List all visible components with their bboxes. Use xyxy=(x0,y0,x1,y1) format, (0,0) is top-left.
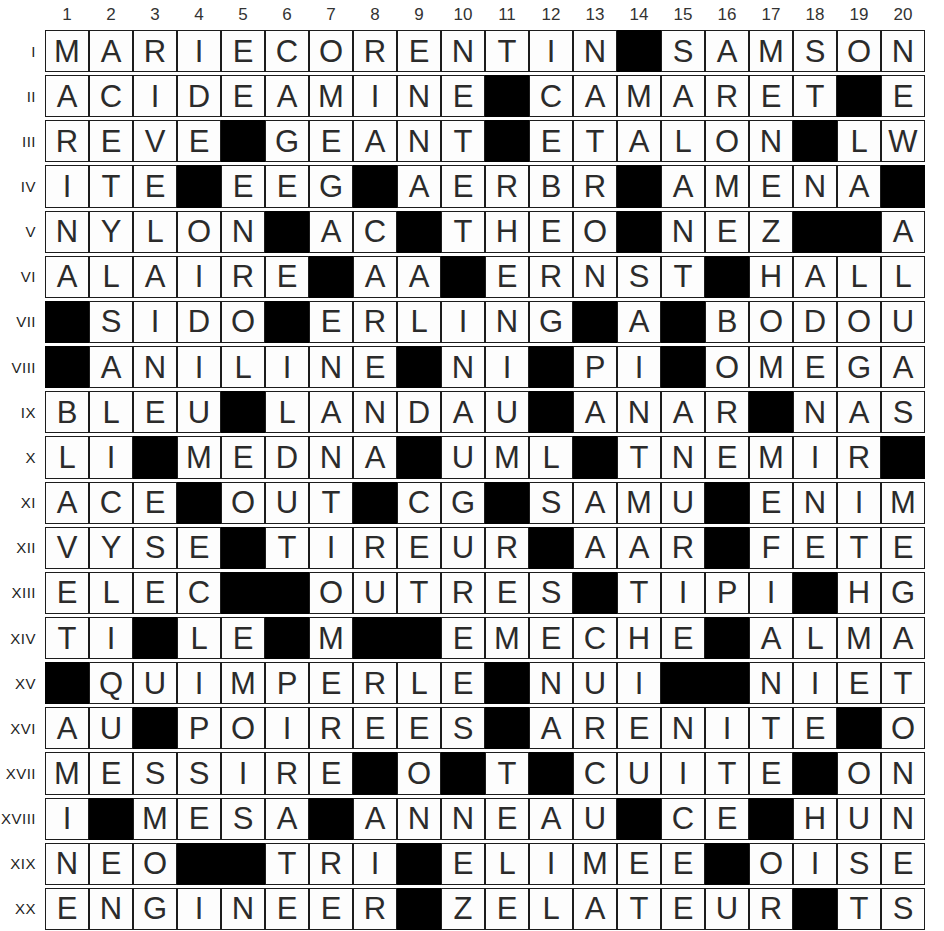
letter-cell[interactable]: E xyxy=(661,617,705,659)
letter-cell[interactable]: U xyxy=(661,482,705,524)
letter-cell[interactable]: S xyxy=(881,391,925,433)
letter-cell[interactable]: L xyxy=(177,617,221,659)
letter-cell[interactable]: I xyxy=(793,843,837,885)
letter-cell[interactable]: A xyxy=(573,527,617,569)
letter-cell[interactable]: U xyxy=(573,798,617,840)
letter-cell[interactable]: S xyxy=(133,752,177,794)
letter-cell[interactable]: E xyxy=(397,527,441,569)
letter-cell[interactable]: R xyxy=(353,662,397,704)
letter-cell[interactable]: L xyxy=(529,888,573,930)
letter-cell[interactable]: G xyxy=(309,165,353,207)
letter-cell[interactable]: N xyxy=(45,211,89,253)
letter-cell[interactable]: E xyxy=(89,843,133,885)
letter-cell[interactable]: R xyxy=(705,391,749,433)
letter-cell[interactable]: C xyxy=(177,572,221,614)
letter-cell[interactable]: N xyxy=(353,391,397,433)
letter-cell[interactable]: B xyxy=(705,301,749,343)
letter-cell[interactable]: S xyxy=(661,30,705,72)
letter-cell[interactable]: R xyxy=(265,752,309,794)
letter-cell[interactable]: F xyxy=(749,527,793,569)
letter-cell[interactable]: I xyxy=(45,798,89,840)
letter-cell[interactable]: T xyxy=(705,752,749,794)
letter-cell[interactable]: A xyxy=(133,256,177,298)
letter-cell[interactable]: T xyxy=(265,843,309,885)
letter-cell[interactable]: R xyxy=(441,572,485,614)
letter-cell[interactable]: N xyxy=(661,436,705,478)
letter-cell[interactable]: U xyxy=(89,707,133,749)
letter-cell[interactable]: D xyxy=(265,436,309,478)
letter-cell[interactable]: E xyxy=(221,436,265,478)
letter-cell[interactable]: R xyxy=(529,256,573,298)
letter-cell[interactable]: T xyxy=(617,572,661,614)
letter-cell[interactable]: N xyxy=(529,662,573,704)
letter-cell[interactable]: E xyxy=(265,888,309,930)
letter-cell[interactable]: M xyxy=(837,617,881,659)
letter-cell[interactable]: S xyxy=(529,572,573,614)
letter-cell[interactable]: O xyxy=(705,120,749,162)
letter-cell[interactable]: E xyxy=(705,211,749,253)
letter-cell[interactable]: A xyxy=(617,301,661,343)
letter-cell[interactable]: S xyxy=(133,527,177,569)
letter-cell[interactable]: W xyxy=(881,120,925,162)
letter-cell[interactable]: A xyxy=(881,346,925,388)
letter-cell[interactable]: S xyxy=(441,707,485,749)
letter-cell[interactable]: E xyxy=(397,707,441,749)
letter-cell[interactable]: E xyxy=(309,752,353,794)
letter-cell[interactable]: T xyxy=(441,211,485,253)
letter-cell[interactable]: U xyxy=(441,436,485,478)
letter-cell[interactable]: M xyxy=(221,662,265,704)
letter-cell[interactable]: U xyxy=(881,301,925,343)
letter-cell[interactable]: I xyxy=(749,572,793,614)
letter-cell[interactable]: E xyxy=(749,165,793,207)
letter-cell[interactable]: A xyxy=(661,75,705,117)
letter-cell[interactable]: E xyxy=(617,707,661,749)
letter-cell[interactable]: P xyxy=(177,707,221,749)
letter-cell[interactable]: L xyxy=(89,572,133,614)
letter-cell[interactable]: I xyxy=(89,617,133,659)
letter-cell[interactable]: G xyxy=(441,482,485,524)
letter-cell[interactable]: A xyxy=(617,120,661,162)
letter-cell[interactable]: Z xyxy=(749,211,793,253)
letter-cell[interactable]: L xyxy=(89,391,133,433)
letter-cell[interactable]: T xyxy=(45,617,89,659)
letter-cell[interactable]: I xyxy=(617,662,661,704)
letter-cell[interactable]: E xyxy=(177,120,221,162)
letter-cell[interactable]: N xyxy=(749,662,793,704)
letter-cell[interactable]: I xyxy=(89,436,133,478)
letter-cell[interactable]: G xyxy=(529,301,573,343)
letter-cell[interactable]: N xyxy=(793,482,837,524)
letter-cell[interactable]: E xyxy=(749,75,793,117)
letter-cell[interactable]: N xyxy=(661,707,705,749)
letter-cell[interactable]: R xyxy=(705,75,749,117)
letter-cell[interactable]: D xyxy=(397,391,441,433)
letter-cell[interactable]: A xyxy=(529,707,573,749)
letter-cell[interactable]: R xyxy=(221,256,265,298)
letter-cell[interactable]: A xyxy=(309,391,353,433)
letter-cell[interactable]: A xyxy=(45,707,89,749)
letter-cell[interactable]: R xyxy=(573,165,617,207)
letter-cell[interactable]: O xyxy=(221,482,265,524)
letter-cell[interactable]: E xyxy=(221,165,265,207)
letter-cell[interactable]: M xyxy=(881,482,925,524)
letter-cell[interactable]: U xyxy=(133,662,177,704)
letter-cell[interactable]: O xyxy=(133,843,177,885)
letter-cell[interactable]: A xyxy=(837,391,881,433)
letter-cell[interactable]: S xyxy=(89,301,133,343)
letter-cell[interactable]: E xyxy=(441,662,485,704)
letter-cell[interactable]: O xyxy=(881,707,925,749)
letter-cell[interactable]: A xyxy=(749,617,793,659)
letter-cell[interactable]: R xyxy=(837,436,881,478)
letter-cell[interactable]: T xyxy=(573,120,617,162)
letter-cell[interactable]: T xyxy=(793,75,837,117)
letter-cell[interactable]: T xyxy=(397,572,441,614)
letter-cell[interactable]: C xyxy=(265,30,309,72)
letter-cell[interactable]: I xyxy=(45,165,89,207)
letter-cell[interactable]: E xyxy=(441,75,485,117)
letter-cell[interactable]: M xyxy=(617,482,661,524)
letter-cell[interactable]: I xyxy=(177,30,221,72)
letter-cell[interactable]: B xyxy=(529,165,573,207)
letter-cell[interactable]: I xyxy=(133,75,177,117)
letter-cell[interactable]: E xyxy=(485,256,529,298)
letter-cell[interactable]: A xyxy=(881,211,925,253)
letter-cell[interactable]: A xyxy=(529,798,573,840)
letter-cell[interactable]: S xyxy=(881,888,925,930)
letter-cell[interactable]: E xyxy=(881,75,925,117)
letter-cell[interactable]: I xyxy=(221,752,265,794)
letter-cell[interactable]: E xyxy=(529,120,573,162)
letter-cell[interactable]: U xyxy=(441,527,485,569)
letter-cell[interactable]: S xyxy=(837,843,881,885)
letter-cell[interactable]: U xyxy=(617,752,661,794)
letter-cell[interactable]: T xyxy=(837,888,881,930)
letter-cell[interactable]: E xyxy=(485,572,529,614)
letter-cell[interactable]: A xyxy=(89,346,133,388)
letter-cell[interactable]: H xyxy=(837,572,881,614)
letter-cell[interactable]: I xyxy=(485,346,529,388)
letter-cell[interactable]: T xyxy=(617,888,661,930)
letter-cell[interactable]: N xyxy=(89,888,133,930)
letter-cell[interactable]: E xyxy=(221,617,265,659)
letter-cell[interactable]: E xyxy=(441,843,485,885)
letter-cell[interactable]: M xyxy=(309,75,353,117)
letter-cell[interactable]: D xyxy=(793,301,837,343)
letter-cell[interactable]: U xyxy=(353,572,397,614)
letter-cell[interactable]: E xyxy=(309,120,353,162)
letter-cell[interactable]: E xyxy=(705,436,749,478)
letter-cell[interactable]: E xyxy=(221,75,265,117)
letter-cell[interactable]: N xyxy=(397,798,441,840)
letter-cell[interactable]: E xyxy=(485,888,529,930)
letter-cell[interactable]: E xyxy=(881,527,925,569)
letter-cell[interactable]: E xyxy=(45,572,89,614)
letter-cell[interactable]: S xyxy=(221,798,265,840)
letter-cell[interactable]: R xyxy=(749,888,793,930)
letter-cell[interactable]: E xyxy=(529,617,573,659)
letter-cell[interactable]: E xyxy=(793,707,837,749)
letter-cell[interactable]: O xyxy=(573,211,617,253)
letter-cell[interactable]: I xyxy=(133,301,177,343)
letter-cell[interactable]: P xyxy=(265,662,309,704)
letter-cell[interactable]: A xyxy=(661,165,705,207)
letter-cell[interactable]: M xyxy=(705,165,749,207)
letter-cell[interactable]: O xyxy=(221,301,265,343)
letter-cell[interactable]: T xyxy=(265,527,309,569)
letter-cell[interactable]: U xyxy=(837,798,881,840)
letter-cell[interactable]: L xyxy=(661,120,705,162)
letter-cell[interactable]: N xyxy=(397,120,441,162)
letter-cell[interactable]: R xyxy=(309,843,353,885)
letter-cell[interactable]: I xyxy=(353,75,397,117)
letter-cell[interactable]: E xyxy=(353,346,397,388)
letter-cell[interactable]: D xyxy=(177,75,221,117)
letter-cell[interactable]: T xyxy=(485,752,529,794)
letter-cell[interactable]: H xyxy=(793,798,837,840)
letter-cell[interactable]: L xyxy=(837,256,881,298)
letter-cell[interactable]: E xyxy=(133,391,177,433)
letter-cell[interactable]: E xyxy=(265,256,309,298)
letter-cell[interactable]: N xyxy=(661,211,705,253)
letter-cell[interactable]: E xyxy=(485,798,529,840)
letter-cell[interactable]: A xyxy=(397,165,441,207)
letter-cell[interactable]: A xyxy=(705,30,749,72)
letter-cell[interactable]: A xyxy=(573,888,617,930)
letter-cell[interactable]: N xyxy=(881,30,925,72)
letter-cell[interactable]: A xyxy=(45,75,89,117)
letter-cell[interactable]: N xyxy=(793,165,837,207)
letter-cell[interactable]: I xyxy=(441,301,485,343)
letter-cell[interactable]: E xyxy=(881,843,925,885)
letter-cell[interactable]: P xyxy=(573,346,617,388)
letter-cell[interactable]: I xyxy=(661,572,705,614)
letter-cell[interactable]: I xyxy=(617,346,661,388)
letter-cell[interactable]: E xyxy=(89,752,133,794)
letter-cell[interactable]: N xyxy=(133,346,177,388)
letter-cell[interactable]: A xyxy=(265,798,309,840)
letter-cell[interactable]: E xyxy=(133,482,177,524)
letter-cell[interactable]: I xyxy=(661,752,705,794)
letter-cell[interactable]: M xyxy=(177,436,221,478)
letter-cell[interactable]: R xyxy=(353,888,397,930)
letter-cell[interactable]: G xyxy=(881,572,925,614)
letter-cell[interactable]: T xyxy=(749,707,793,749)
letter-cell[interactable]: M xyxy=(45,30,89,72)
letter-cell[interactable]: T xyxy=(89,165,133,207)
letter-cell[interactable]: A xyxy=(837,165,881,207)
letter-cell[interactable]: N xyxy=(881,752,925,794)
letter-cell[interactable]: N xyxy=(485,301,529,343)
letter-cell[interactable]: A xyxy=(881,617,925,659)
letter-cell[interactable]: I xyxy=(705,707,749,749)
letter-cell[interactable]: E xyxy=(177,527,221,569)
letter-cell[interactable]: Y xyxy=(89,527,133,569)
letter-cell[interactable]: E xyxy=(45,888,89,930)
letter-cell[interactable]: R xyxy=(485,165,529,207)
letter-cell[interactable]: H xyxy=(749,256,793,298)
letter-cell[interactable]: N xyxy=(573,256,617,298)
letter-cell[interactable]: E xyxy=(661,843,705,885)
letter-cell[interactable]: R xyxy=(353,30,397,72)
letter-cell[interactable]: M xyxy=(749,436,793,478)
letter-cell[interactable]: I xyxy=(177,256,221,298)
letter-cell[interactable]: Y xyxy=(89,211,133,253)
letter-cell[interactable]: A xyxy=(573,391,617,433)
letter-cell[interactable]: O xyxy=(749,301,793,343)
letter-cell[interactable]: E xyxy=(133,165,177,207)
letter-cell[interactable]: E xyxy=(309,301,353,343)
letter-cell[interactable]: D xyxy=(177,301,221,343)
letter-cell[interactable]: U xyxy=(265,482,309,524)
letter-cell[interactable]: I xyxy=(177,888,221,930)
letter-cell[interactable]: T xyxy=(309,482,353,524)
letter-cell[interactable]: L xyxy=(133,211,177,253)
letter-cell[interactable]: L xyxy=(837,120,881,162)
letter-cell[interactable]: R xyxy=(485,527,529,569)
letter-cell[interactable]: O xyxy=(309,30,353,72)
letter-cell[interactable]: E xyxy=(749,482,793,524)
letter-cell[interactable]: E xyxy=(793,346,837,388)
letter-cell[interactable]: A xyxy=(45,482,89,524)
letter-cell[interactable]: M xyxy=(749,346,793,388)
letter-cell[interactable]: O xyxy=(221,707,265,749)
letter-cell[interactable]: C xyxy=(397,482,441,524)
letter-cell[interactable]: C xyxy=(89,75,133,117)
letter-cell[interactable]: I xyxy=(309,527,353,569)
letter-cell[interactable]: N xyxy=(749,120,793,162)
letter-cell[interactable]: N xyxy=(397,75,441,117)
letter-cell[interactable]: M xyxy=(749,30,793,72)
letter-cell[interactable]: M xyxy=(485,617,529,659)
letter-cell[interactable]: N xyxy=(441,798,485,840)
letter-cell[interactable]: V xyxy=(133,120,177,162)
letter-cell[interactable]: M xyxy=(45,752,89,794)
letter-cell[interactable]: I xyxy=(353,843,397,885)
letter-cell[interactable]: A xyxy=(309,211,353,253)
letter-cell[interactable]: T xyxy=(837,527,881,569)
letter-cell[interactable]: E xyxy=(353,707,397,749)
letter-cell[interactable]: U xyxy=(573,662,617,704)
letter-cell[interactable]: T xyxy=(617,436,661,478)
letter-cell[interactable]: Z xyxy=(441,888,485,930)
letter-cell[interactable]: A xyxy=(353,798,397,840)
letter-cell[interactable]: L xyxy=(397,662,441,704)
letter-cell[interactable]: V xyxy=(45,527,89,569)
letter-cell[interactable]: L xyxy=(793,617,837,659)
letter-cell[interactable]: A xyxy=(617,527,661,569)
letter-cell[interactable]: I xyxy=(529,30,573,72)
letter-cell[interactable]: A xyxy=(45,256,89,298)
letter-cell[interactable]: U xyxy=(485,391,529,433)
letter-cell[interactable]: C xyxy=(353,211,397,253)
letter-cell[interactable]: R xyxy=(353,527,397,569)
letter-cell[interactable]: N xyxy=(441,30,485,72)
letter-cell[interactable]: S xyxy=(793,30,837,72)
letter-cell[interactable]: N xyxy=(441,346,485,388)
letter-cell[interactable]: S xyxy=(529,482,573,524)
letter-cell[interactable]: O xyxy=(837,301,881,343)
letter-cell[interactable]: O xyxy=(749,843,793,885)
letter-cell[interactable]: E xyxy=(837,662,881,704)
letter-cell[interactable]: A xyxy=(573,75,617,117)
letter-cell[interactable]: N xyxy=(309,346,353,388)
letter-cell[interactable]: E xyxy=(441,165,485,207)
letter-cell[interactable]: T xyxy=(881,662,925,704)
letter-cell[interactable]: E xyxy=(221,30,265,72)
letter-cell[interactable]: E xyxy=(617,843,661,885)
letter-cell[interactable]: N xyxy=(309,436,353,478)
letter-cell[interactable]: C xyxy=(661,798,705,840)
letter-cell[interactable]: E xyxy=(309,888,353,930)
letter-cell[interactable]: E xyxy=(89,120,133,162)
letter-cell[interactable]: A xyxy=(353,436,397,478)
letter-cell[interactable]: E xyxy=(441,617,485,659)
letter-cell[interactable]: I xyxy=(529,843,573,885)
letter-cell[interactable]: N xyxy=(45,843,89,885)
letter-cell[interactable]: M xyxy=(485,436,529,478)
letter-cell[interactable]: N xyxy=(221,888,265,930)
letter-cell[interactable]: M xyxy=(617,75,661,117)
letter-cell[interactable]: H xyxy=(485,211,529,253)
letter-cell[interactable]: E xyxy=(705,798,749,840)
letter-cell[interactable]: G xyxy=(265,120,309,162)
letter-cell[interactable]: L xyxy=(221,346,265,388)
letter-cell[interactable]: A xyxy=(265,75,309,117)
letter-cell[interactable]: I xyxy=(837,482,881,524)
letter-cell[interactable]: E xyxy=(793,527,837,569)
letter-cell[interactable]: L xyxy=(89,256,133,298)
letter-cell[interactable]: L xyxy=(397,301,441,343)
letter-cell[interactable]: R xyxy=(573,707,617,749)
letter-cell[interactable]: L xyxy=(45,436,89,478)
letter-cell[interactable]: P xyxy=(705,572,749,614)
letter-cell[interactable]: A xyxy=(441,391,485,433)
letter-cell[interactable]: R xyxy=(661,527,705,569)
letter-cell[interactable]: S xyxy=(177,752,221,794)
letter-cell[interactable]: O xyxy=(309,572,353,614)
letter-cell[interactable]: I xyxy=(793,436,837,478)
letter-cell[interactable]: N xyxy=(617,391,661,433)
letter-cell[interactable]: E xyxy=(265,165,309,207)
letter-cell[interactable]: U xyxy=(177,391,221,433)
letter-cell[interactable]: O xyxy=(177,211,221,253)
letter-cell[interactable]: T xyxy=(485,30,529,72)
letter-cell[interactable]: R xyxy=(45,120,89,162)
letter-cell[interactable]: O xyxy=(397,752,441,794)
letter-cell[interactable]: O xyxy=(705,346,749,388)
letter-cell[interactable]: I xyxy=(177,662,221,704)
letter-cell[interactable]: L xyxy=(485,843,529,885)
letter-cell[interactable]: N xyxy=(881,798,925,840)
letter-cell[interactable]: N xyxy=(573,30,617,72)
letter-cell[interactable]: A xyxy=(353,120,397,162)
letter-cell[interactable]: I xyxy=(177,346,221,388)
letter-cell[interactable]: C xyxy=(89,482,133,524)
letter-cell[interactable]: H xyxy=(617,617,661,659)
letter-cell[interactable]: G xyxy=(133,888,177,930)
letter-cell[interactable]: E xyxy=(309,662,353,704)
letter-cell[interactable]: T xyxy=(661,256,705,298)
letter-cell[interactable]: M xyxy=(309,617,353,659)
letter-cell[interactable]: E xyxy=(749,752,793,794)
letter-cell[interactable]: A xyxy=(661,391,705,433)
letter-cell[interactable]: A xyxy=(89,30,133,72)
letter-cell[interactable]: C xyxy=(529,75,573,117)
letter-cell[interactable]: C xyxy=(573,617,617,659)
letter-cell[interactable]: O xyxy=(837,752,881,794)
